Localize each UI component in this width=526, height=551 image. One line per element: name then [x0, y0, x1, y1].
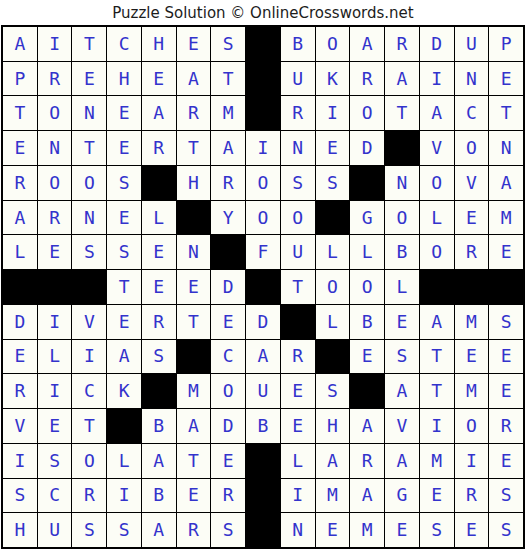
letter-cell-r15c15: S [489, 513, 523, 547]
letter-cell-r2c2: R [38, 62, 72, 96]
letter-cell-r10c4: A [107, 340, 141, 374]
letter-cell-r2c6: A [177, 62, 211, 96]
letter-cell-r3c1: T [3, 96, 37, 130]
letter-cell-r9c5: R [142, 305, 176, 339]
letter-cell-r14c3: R [72, 479, 106, 513]
letter-cell-r4c11: D [350, 131, 384, 165]
black-cell-r13c8 [246, 444, 280, 478]
letter-cell-r13c15: E [489, 444, 523, 478]
letter-cell-r10c7: C [211, 340, 245, 374]
letter-cell-r2c3: E [72, 62, 106, 96]
letter-cell-r4c10: E [316, 131, 350, 165]
letter-cell-r12c13: I [420, 409, 454, 443]
letter-cell-r5c12: N [385, 166, 419, 200]
black-cell-r8c1 [3, 270, 37, 304]
letter-cell-r7c1: L [3, 235, 37, 269]
letter-cell-r14c1: S [3, 479, 37, 513]
letter-cell-r3c14: C [455, 96, 489, 130]
letter-cell-r11c13: T [420, 374, 454, 408]
letter-cell-r7c5: E [142, 235, 176, 269]
letter-cell-r14c14: R [455, 479, 489, 513]
letter-cell-r7c10: L [316, 235, 350, 269]
letter-cell-r13c4: L [107, 444, 141, 478]
letter-cell-r10c15: E [489, 340, 523, 374]
black-cell-r4c12 [385, 131, 419, 165]
letter-cell-r6c5: L [142, 201, 176, 235]
letter-cell-r10c11: E [350, 340, 384, 374]
letter-cell-r14c12: G [385, 479, 419, 513]
letter-cell-r7c14: R [455, 235, 489, 269]
letter-cell-r9c6: T [177, 305, 211, 339]
letter-cell-r3c12: T [385, 96, 419, 130]
letter-cell-r3c9: R [281, 96, 315, 130]
black-cell-r6c6 [177, 201, 211, 235]
letter-cell-r3c6: R [177, 96, 211, 130]
black-cell-r8c14 [455, 270, 489, 304]
letter-cell-r3c2: O [38, 96, 72, 130]
letter-cell-r13c6: T [177, 444, 211, 478]
letter-cell-r3c11: O [350, 96, 384, 130]
letter-cell-r10c9: R [281, 340, 315, 374]
letter-cell-r6c7: Y [211, 201, 245, 235]
letter-cell-r14c11: A [350, 479, 384, 513]
letter-cell-r9c14: M [455, 305, 489, 339]
letter-cell-r1c10: O [316, 27, 350, 61]
letter-cell-r6c14: E [455, 201, 489, 235]
letter-cell-r11c1: R [3, 374, 37, 408]
letter-cell-r13c3: O [72, 444, 106, 478]
letter-cell-r13c10: A [316, 444, 350, 478]
letter-cell-r11c9: E [281, 374, 315, 408]
letter-cell-r6c13: L [420, 201, 454, 235]
letter-cell-r1c12: R [385, 27, 419, 61]
letter-cell-r14c10: M [316, 479, 350, 513]
letter-cell-r13c14: I [455, 444, 489, 478]
letter-cell-r13c5: A [142, 444, 176, 478]
letter-cell-r1c4: C [107, 27, 141, 61]
letter-cell-r15c7: S [211, 513, 245, 547]
letter-cell-r6c8: O [246, 201, 280, 235]
letter-cell-r7c15: E [489, 235, 523, 269]
letter-cell-r2c12: A [385, 62, 419, 96]
letter-cell-r5c9: S [281, 166, 315, 200]
letter-cell-r11c3: C [72, 374, 106, 408]
black-cell-r8c8 [246, 270, 280, 304]
letter-cell-r1c6: E [177, 27, 211, 61]
letter-cell-r7c3: S [72, 235, 106, 269]
letter-cell-r15c12: E [385, 513, 419, 547]
letter-cell-r3c13: A [420, 96, 454, 130]
letter-cell-r6c4: E [107, 201, 141, 235]
black-cell-r3c8 [246, 96, 280, 130]
letter-cell-r1c14: U [455, 27, 489, 61]
letter-cell-r10c13: T [420, 340, 454, 374]
letter-cell-r13c13: M [420, 444, 454, 478]
letter-cell-r2c4: H [107, 62, 141, 96]
letter-cell-r10c5: S [142, 340, 176, 374]
letter-cell-r3c3: N [72, 96, 106, 130]
letter-cell-r7c12: B [385, 235, 419, 269]
letter-cell-r11c6: M [177, 374, 211, 408]
letter-cell-r9c3: V [72, 305, 106, 339]
letter-cell-r15c5: A [142, 513, 176, 547]
letter-cell-r2c5: E [142, 62, 176, 96]
letter-cell-r1c2: I [38, 27, 72, 61]
letter-cell-r7c13: O [420, 235, 454, 269]
letter-cell-r15c1: H [3, 513, 37, 547]
letter-cell-r11c14: M [455, 374, 489, 408]
black-cell-r15c8 [246, 513, 280, 547]
black-cell-r5c5 [142, 166, 176, 200]
letter-cell-r12c5: B [142, 409, 176, 443]
letter-cell-r8c7: D [211, 270, 245, 304]
letter-cell-r13c2: S [38, 444, 72, 478]
letter-cell-r4c6: T [177, 131, 211, 165]
black-cell-r12c4 [107, 409, 141, 443]
letter-cell-r2c14: N [455, 62, 489, 96]
letter-cell-r2c10: K [316, 62, 350, 96]
letter-cell-r10c8: A [246, 340, 280, 374]
black-cell-r1c8 [246, 27, 280, 61]
letter-cell-r5c8: O [246, 166, 280, 200]
letter-cell-r8c9: T [281, 270, 315, 304]
letter-cell-r4c4: E [107, 131, 141, 165]
black-cell-r6c10 [316, 201, 350, 235]
letter-cell-r4c9: N [281, 131, 315, 165]
letter-cell-r4c3: T [72, 131, 106, 165]
letter-cell-r14c7: R [211, 479, 245, 513]
letter-cell-r11c8: U [246, 374, 280, 408]
black-cell-r14c8 [246, 479, 280, 513]
letter-cell-r12c7: D [211, 409, 245, 443]
letter-cell-r13c7: E [211, 444, 245, 478]
letter-cell-r3c4: E [107, 96, 141, 130]
black-cell-r11c5 [142, 374, 176, 408]
letter-cell-r9c11: B [350, 305, 384, 339]
letter-cell-r12c2: E [38, 409, 72, 443]
letter-cell-r10c1: E [3, 340, 37, 374]
letter-cell-r5c3: O [72, 166, 106, 200]
letter-cell-r2c9: U [281, 62, 315, 96]
letter-cell-r4c5: R [142, 131, 176, 165]
letter-cell-r6c3: N [72, 201, 106, 235]
letter-cell-r11c2: I [38, 374, 72, 408]
letter-cell-r3c10: I [316, 96, 350, 130]
black-cell-r8c13 [420, 270, 454, 304]
letter-cell-r15c2: U [38, 513, 72, 547]
letter-cell-r15c6: R [177, 513, 211, 547]
letter-cell-r7c8: F [246, 235, 280, 269]
letter-cell-r11c15: E [489, 374, 523, 408]
letter-cell-r13c12: A [385, 444, 419, 478]
letter-cell-r8c5: E [142, 270, 176, 304]
letter-cell-r4c8: I [246, 131, 280, 165]
letter-cell-r1c7: S [211, 27, 245, 61]
letter-cell-r9c7: E [211, 305, 245, 339]
letter-cell-r12c12: V [385, 409, 419, 443]
letter-cell-r6c12: O [385, 201, 419, 235]
letter-cell-r15c11: M [350, 513, 384, 547]
letter-cell-r15c13: S [420, 513, 454, 547]
letter-cell-r10c14: E [455, 340, 489, 374]
letter-cell-r14c15: S [489, 479, 523, 513]
letter-cell-r1c13: D [420, 27, 454, 61]
letter-cell-r12c11: A [350, 409, 384, 443]
letter-cell-r9c12: E [385, 305, 419, 339]
black-cell-r2c8 [246, 62, 280, 96]
letter-cell-r5c2: O [38, 166, 72, 200]
letter-cell-r11c4: K [107, 374, 141, 408]
letter-cell-r11c12: A [385, 374, 419, 408]
letter-cell-r5c10: S [316, 166, 350, 200]
letter-cell-r1c5: H [142, 27, 176, 61]
letter-cell-r14c5: B [142, 479, 176, 513]
letter-cell-r9c15: S [489, 305, 523, 339]
letter-cell-r12c15: R [489, 409, 523, 443]
letter-cell-r5c15: A [489, 166, 523, 200]
letter-cell-r13c1: I [3, 444, 37, 478]
letter-cell-r10c12: S [385, 340, 419, 374]
letter-cell-r15c3: S [72, 513, 106, 547]
letter-cell-r6c15: M [489, 201, 523, 235]
crossword-solution-page: Puzzle Solution © OnlineCrosswords.net A… [0, 0, 526, 551]
letter-cell-r4c15: N [489, 131, 523, 165]
letter-cell-r13c9: L [281, 444, 315, 478]
letter-cell-r6c2: R [38, 201, 72, 235]
letter-cell-r4c2: N [38, 131, 72, 165]
letter-cell-r14c13: E [420, 479, 454, 513]
letter-cell-r5c1: R [3, 166, 37, 200]
letter-cell-r3c7: M [211, 96, 245, 130]
letter-cell-r5c4: S [107, 166, 141, 200]
letter-cell-r12c3: T [72, 409, 106, 443]
black-cell-r10c6 [177, 340, 211, 374]
letter-cell-r5c7: R [211, 166, 245, 200]
letter-cell-r12c1: V [3, 409, 37, 443]
letter-cell-r11c10: S [316, 374, 350, 408]
letter-cell-r9c4: E [107, 305, 141, 339]
letter-cell-r14c2: C [38, 479, 72, 513]
letter-cell-r2c13: I [420, 62, 454, 96]
letter-cell-r14c4: I [107, 479, 141, 513]
letter-cell-r14c9: I [281, 479, 315, 513]
letter-cell-r12c9: E [281, 409, 315, 443]
letter-cell-r2c1: P [3, 62, 37, 96]
letter-cell-r7c6: N [177, 235, 211, 269]
black-cell-r9c9 [281, 305, 315, 339]
black-cell-r7c7 [211, 235, 245, 269]
letter-cell-r6c11: G [350, 201, 384, 235]
letter-cell-r12c8: B [246, 409, 280, 443]
letter-cell-r15c10: E [316, 513, 350, 547]
letter-cell-r9c10: L [316, 305, 350, 339]
letter-cell-r8c11: O [350, 270, 384, 304]
letter-cell-r15c14: E [455, 513, 489, 547]
letter-cell-r5c13: O [420, 166, 454, 200]
letter-cell-r3c5: A [142, 96, 176, 130]
letter-cell-r10c3: I [72, 340, 106, 374]
black-cell-r11c11 [350, 374, 384, 408]
letter-cell-r9c8: D [246, 305, 280, 339]
black-cell-r5c11 [350, 166, 384, 200]
letter-cell-r8c10: O [316, 270, 350, 304]
letter-cell-r12c14: O [455, 409, 489, 443]
letter-cell-r5c6: H [177, 166, 211, 200]
letter-cell-r1c9: B [281, 27, 315, 61]
letter-cell-r1c11: A [350, 27, 384, 61]
letter-cell-r8c6: E [177, 270, 211, 304]
letter-cell-r15c9: N [281, 513, 315, 547]
letter-cell-r6c9: O [281, 201, 315, 235]
letter-cell-r4c14: O [455, 131, 489, 165]
letter-cell-r9c13: A [420, 305, 454, 339]
letter-cell-r12c10: H [316, 409, 350, 443]
letter-cell-r2c15: E [489, 62, 523, 96]
black-cell-r8c2 [38, 270, 72, 304]
letter-cell-r5c14: V [455, 166, 489, 200]
letter-cell-r2c7: T [211, 62, 245, 96]
letter-cell-r12c6: A [177, 409, 211, 443]
letter-cell-r11c7: O [211, 374, 245, 408]
letter-cell-r7c2: E [38, 235, 72, 269]
letter-cell-r3c15: T [489, 96, 523, 130]
letter-cell-r7c4: S [107, 235, 141, 269]
letter-cell-r9c1: D [3, 305, 37, 339]
letter-cell-r1c3: T [72, 27, 106, 61]
page-title: Puzzle Solution © OnlineCrosswords.net [0, 0, 526, 25]
letter-cell-r10c2: L [38, 340, 72, 374]
black-cell-r8c15 [489, 270, 523, 304]
letter-cell-r2c11: R [350, 62, 384, 96]
letter-cell-r6c1: A [3, 201, 37, 235]
letter-cell-r1c1: A [3, 27, 37, 61]
letter-cell-r15c4: S [107, 513, 141, 547]
letter-cell-r7c11: L [350, 235, 384, 269]
letter-cell-r8c4: T [107, 270, 141, 304]
letter-cell-r1c15: P [489, 27, 523, 61]
crossword-board: AITCHESBOARDUPPREHEATUKRAINETONEARMRIOTA… [1, 25, 525, 549]
letter-cell-r4c7: A [211, 131, 245, 165]
black-cell-r10c10 [316, 340, 350, 374]
letter-cell-r9c2: I [38, 305, 72, 339]
black-cell-r8c3 [72, 270, 106, 304]
letter-cell-r14c6: E [177, 479, 211, 513]
letter-cell-r8c12: L [385, 270, 419, 304]
letter-cell-r4c1: E [3, 131, 37, 165]
letter-cell-r13c11: R [350, 444, 384, 478]
letter-cell-r7c9: U [281, 235, 315, 269]
letter-cell-r4c13: V [420, 131, 454, 165]
